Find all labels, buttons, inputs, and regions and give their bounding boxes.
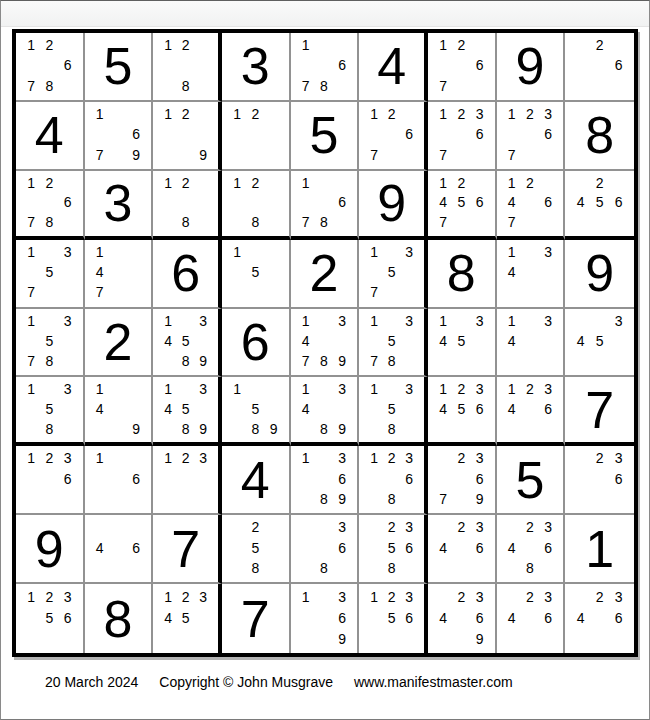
candidate-digit: 1 xyxy=(91,448,109,468)
candidate-digit: 4 xyxy=(434,538,452,558)
candidate-digit xyxy=(315,399,333,419)
cell-r3c2[interactable]: 3 xyxy=(85,171,154,240)
candidate-digit xyxy=(194,331,212,351)
candidate-digit: 9 xyxy=(333,628,351,649)
candidate-digit xyxy=(521,351,539,371)
candidate-digit xyxy=(365,124,383,144)
candidate-digit: 1 xyxy=(434,104,452,124)
candidate-digit: 3 xyxy=(400,586,418,607)
candidate-digit xyxy=(91,558,109,578)
candidate-digit: 2 xyxy=(177,35,195,55)
candidate-digit xyxy=(264,144,282,164)
candidate-digit: 4 xyxy=(503,399,521,419)
candidate-digit: 2 xyxy=(521,379,539,399)
given-digit: 3 xyxy=(85,171,152,236)
cell-r4c1[interactable]: 1357 xyxy=(16,240,85,309)
cell-r7c4[interactable]: 4 xyxy=(222,446,291,515)
cell-r8c2[interactable]: 46 xyxy=(85,515,154,584)
given-digit: 9 xyxy=(497,33,564,100)
candidate-digit: 1 xyxy=(297,311,315,331)
candidate-digit xyxy=(590,311,609,331)
candidate-digit xyxy=(333,76,351,96)
cell-r8c7[interactable]: 2346 xyxy=(428,515,497,584)
candidate-digit: 4 xyxy=(503,607,521,628)
cell-r9c4[interactable]: 7 xyxy=(222,584,291,653)
candidate-digit: 5 xyxy=(40,607,58,628)
candidate-digit: 1 xyxy=(159,35,177,55)
given-digit: 7 xyxy=(222,584,289,653)
cell-r3c6[interactable]: 9 xyxy=(359,171,428,240)
candidate-digit: 1 xyxy=(22,242,40,262)
pencil-marks: 147 xyxy=(85,240,152,307)
given-digit: 7 xyxy=(153,515,218,582)
candidate-digit: 6 xyxy=(470,192,488,212)
cell-r7c7[interactable]: 23679 xyxy=(428,446,497,515)
cell-r3c1[interactable]: 12678 xyxy=(16,171,85,240)
cell-r8c4[interactable]: 258 xyxy=(222,515,291,584)
given-digit: 8 xyxy=(85,584,152,653)
cell-r6c6[interactable]: 1358 xyxy=(359,377,428,446)
candidate-digit: 3 xyxy=(333,379,351,399)
candidate-digit: 4 xyxy=(434,192,452,212)
candidate-digit xyxy=(434,469,452,489)
pencil-marks: 23469 xyxy=(428,584,495,653)
candidate-digit: 7 xyxy=(22,212,40,232)
cell-r3c5[interactable]: 1678 xyxy=(291,171,360,240)
candidate-digit xyxy=(246,124,264,144)
candidate-digit xyxy=(127,262,145,282)
pencil-marks: 134 xyxy=(497,240,564,307)
candidate-digit: 6 xyxy=(470,469,488,489)
cell-r2c6[interactable]: 1267 xyxy=(359,102,428,171)
candidate-digit: 2 xyxy=(590,173,609,193)
cell-r9c5[interactable]: 1369 xyxy=(291,584,360,653)
candidate-digit: 4 xyxy=(159,331,177,351)
candidate-digit: 3 xyxy=(470,311,488,331)
candidate-digit xyxy=(91,517,109,537)
cell-r2c2[interactable]: 1679 xyxy=(85,102,154,171)
candidate-digit xyxy=(109,104,127,124)
candidate-digit xyxy=(297,469,315,489)
cell-r1c8[interactable]: 9 xyxy=(497,33,566,102)
candidate-digit xyxy=(452,607,470,628)
pencil-marks: 1679 xyxy=(85,102,152,169)
cell-r6c7[interactable]: 123456 xyxy=(428,377,497,446)
candidate-digit: 9 xyxy=(264,419,282,439)
candidate-digit: 4 xyxy=(571,607,590,628)
cell-r5c5[interactable]: 134789 xyxy=(291,309,360,378)
candidate-digit: 8 xyxy=(246,419,264,439)
candidate-digit xyxy=(503,586,521,607)
cell-r7c9[interactable]: 236 xyxy=(565,446,634,515)
cell-r6c5[interactable]: 13489 xyxy=(291,377,360,446)
candidate-digit xyxy=(315,173,333,193)
candidate-digit xyxy=(503,282,521,302)
candidate-digit xyxy=(264,212,282,232)
cell-r1c4[interactable]: 3 xyxy=(222,33,291,102)
cell-r1c6[interactable]: 4 xyxy=(359,33,428,102)
pencil-marks: 2346 xyxy=(497,584,564,653)
candidate-digit xyxy=(264,173,282,193)
cell-r6c3[interactable]: 134589 xyxy=(153,377,222,446)
candidate-digit: 3 xyxy=(400,379,418,399)
candidate-digit xyxy=(228,538,246,558)
candidate-digit xyxy=(571,628,590,649)
candidate-digit xyxy=(571,586,590,607)
candidate-digit xyxy=(22,399,40,419)
candidate-digit xyxy=(127,242,145,262)
candidate-digit xyxy=(365,628,383,649)
candidate-digit: 5 xyxy=(452,192,470,212)
candidate-digit xyxy=(315,628,333,649)
candidate-digit: 5 xyxy=(246,262,264,282)
candidate-digit xyxy=(264,104,282,124)
candidate-digit xyxy=(383,628,401,649)
candidate-digit xyxy=(297,489,315,509)
candidate-digit xyxy=(58,331,76,351)
candidate-digit: 2 xyxy=(383,586,401,607)
candidate-digit: 8 xyxy=(521,558,539,578)
candidate-digit xyxy=(434,419,452,439)
candidate-digit: 6 xyxy=(333,469,351,489)
candidate-digit xyxy=(590,607,609,628)
pencil-marks: 1267 xyxy=(359,102,424,169)
cell-r2c1[interactable]: 4 xyxy=(16,102,85,171)
candidate-digit: 4 xyxy=(571,192,590,212)
candidate-digit xyxy=(452,212,470,232)
cell-r6c1[interactable]: 1358 xyxy=(16,377,85,446)
candidate-digit: 7 xyxy=(503,144,521,164)
cell-r3c3[interactable]: 128 xyxy=(153,171,222,240)
candidate-digit xyxy=(228,192,246,212)
cell-r2c9[interactable]: 8 xyxy=(565,102,634,171)
cell-r7c8[interactable]: 5 xyxy=(497,446,566,515)
candidate-digit xyxy=(194,607,212,628)
candidate-digit: 5 xyxy=(40,331,58,351)
candidate-digit xyxy=(127,558,145,578)
candidate-digit xyxy=(315,448,333,468)
candidate-digit xyxy=(365,469,383,489)
cell-r7c1[interactable]: 1236 xyxy=(16,446,85,515)
candidate-digit xyxy=(521,262,539,282)
cell-r9c6[interactable]: 12356 xyxy=(359,584,428,653)
candidate-digit xyxy=(434,448,452,468)
candidate-digit xyxy=(177,144,195,164)
cell-r5c3[interactable]: 134589 xyxy=(153,309,222,378)
candidate-digit xyxy=(452,55,470,75)
cell-r8c1[interactable]: 9 xyxy=(16,515,85,584)
candidate-digit: 6 xyxy=(539,124,557,144)
cell-r5c1[interactable]: 13578 xyxy=(16,309,85,378)
cell-r3c7[interactable]: 124567 xyxy=(428,171,497,240)
candidate-digit: 5 xyxy=(590,192,609,212)
candidate-digit xyxy=(109,448,127,468)
cell-r5c9[interactable]: 345 xyxy=(565,309,634,378)
candidate-digit xyxy=(109,399,127,419)
cell-r5c7[interactable]: 1345 xyxy=(428,309,497,378)
given-digit: 3 xyxy=(222,33,289,100)
cell-r6c2[interactable]: 149 xyxy=(85,377,154,446)
cell-r1c9[interactable]: 26 xyxy=(565,33,634,102)
cell-r8c9[interactable]: 1 xyxy=(565,515,634,584)
candidate-digit: 3 xyxy=(470,517,488,537)
cell-r4c7[interactable]: 8 xyxy=(428,240,497,309)
candidate-digit xyxy=(177,379,195,399)
candidate-digit: 1 xyxy=(228,104,246,124)
cell-r7c2[interactable]: 16 xyxy=(85,446,154,515)
candidate-digit xyxy=(470,351,488,371)
cell-r2c5[interactable]: 5 xyxy=(291,102,360,171)
pencil-marks: 236 xyxy=(565,446,634,513)
candidate-digit xyxy=(315,607,333,628)
candidate-digit: 3 xyxy=(609,586,628,607)
cell-r6c9[interactable]: 7 xyxy=(565,377,634,446)
cell-r8c5[interactable]: 368 xyxy=(291,515,360,584)
candidate-digit xyxy=(609,35,628,55)
cell-r1c7[interactable]: 1267 xyxy=(428,33,497,102)
candidate-digit xyxy=(590,489,609,509)
cell-r8c8[interactable]: 23468 xyxy=(497,515,566,584)
candidate-digit: 6 xyxy=(400,124,418,144)
cell-r3c9[interactable]: 2456 xyxy=(565,171,634,240)
candidate-digit xyxy=(609,76,628,96)
candidate-digit xyxy=(400,351,418,371)
cell-r1c1[interactable]: 12678 xyxy=(16,33,85,102)
candidate-digit xyxy=(590,469,609,489)
candidate-digit xyxy=(400,144,418,164)
candidate-digit xyxy=(228,124,246,144)
cell-r4c2[interactable]: 147 xyxy=(85,240,154,309)
sudoku-page: 1267851283167841267926416791291251267123… xyxy=(0,0,650,720)
candidate-digit: 8 xyxy=(177,212,195,232)
candidate-digit xyxy=(333,331,351,351)
cell-r6c4[interactable]: 1589 xyxy=(222,377,291,446)
candidate-digit xyxy=(194,489,212,509)
candidate-digit: 2 xyxy=(452,173,470,193)
candidate-digit: 2 xyxy=(383,104,401,124)
candidate-digit xyxy=(400,489,418,509)
candidate-digit xyxy=(127,104,145,124)
candidate-digit: 3 xyxy=(539,379,557,399)
candidate-digit: 6 xyxy=(470,538,488,558)
candidate-digit xyxy=(109,282,127,302)
cell-r4c3[interactable]: 6 xyxy=(153,240,222,309)
pencil-marks: 134589 xyxy=(153,309,218,376)
candidate-digit xyxy=(91,489,109,509)
candidate-digit xyxy=(159,55,177,75)
cell-r3c4[interactable]: 128 xyxy=(222,171,291,240)
cell-r7c3[interactable]: 123 xyxy=(153,446,222,515)
candidate-digit: 8 xyxy=(177,419,195,439)
candidate-digit xyxy=(109,558,127,578)
pencil-marks: 124567 xyxy=(428,171,495,236)
candidate-digit xyxy=(58,399,76,419)
candidate-digit: 1 xyxy=(22,586,40,607)
pencil-marks: 13689 xyxy=(291,446,358,513)
cell-r9c7[interactable]: 23469 xyxy=(428,584,497,653)
cell-r5c4[interactable]: 6 xyxy=(222,309,291,378)
candidate-digit: 2 xyxy=(521,104,539,124)
candidate-digit xyxy=(452,469,470,489)
candidate-digit xyxy=(177,192,195,212)
candidate-digit xyxy=(22,469,40,489)
candidate-digit: 7 xyxy=(365,144,383,164)
candidate-digit xyxy=(297,628,315,649)
pencil-marks: 12356 xyxy=(359,584,424,653)
candidate-digit: 4 xyxy=(159,399,177,419)
candidate-digit xyxy=(194,399,212,419)
cell-r6c8[interactable]: 12346 xyxy=(497,377,566,446)
candidate-digit xyxy=(58,262,76,282)
candidate-digit: 1 xyxy=(91,242,109,262)
candidate-digit: 7 xyxy=(22,282,40,302)
candidate-digit xyxy=(590,351,609,371)
candidate-digit: 8 xyxy=(40,76,58,96)
candidate-digit: 6 xyxy=(58,192,76,212)
cell-r9c2[interactable]: 8 xyxy=(85,584,154,653)
candidate-digit: 5 xyxy=(383,538,401,558)
candidate-digit xyxy=(590,212,609,232)
candidate-digit xyxy=(315,35,333,55)
candidate-digit: 4 xyxy=(434,399,452,419)
candidate-digit: 1 xyxy=(365,104,383,124)
candidate-digit xyxy=(40,192,58,212)
candidate-digit xyxy=(400,558,418,578)
candidate-digit xyxy=(40,55,58,75)
pencil-marks: 1678 xyxy=(291,33,358,100)
given-digit: 9 xyxy=(16,515,83,582)
cell-r9c8[interactable]: 2346 xyxy=(497,584,566,653)
candidate-digit: 7 xyxy=(22,351,40,371)
pencil-marks: 1358 xyxy=(16,377,83,442)
candidate-digit: 2 xyxy=(452,517,470,537)
candidate-digit: 5 xyxy=(383,607,401,628)
given-digit: 7 xyxy=(565,377,634,442)
pencil-marks: 23468 xyxy=(497,515,564,582)
candidate-digit xyxy=(264,242,282,262)
candidate-digit xyxy=(264,124,282,144)
candidate-digit: 4 xyxy=(434,607,452,628)
cell-r9c1[interactable]: 12356 xyxy=(16,584,85,653)
candidate-digit xyxy=(22,607,40,628)
candidate-digit: 2 xyxy=(246,173,264,193)
candidate-digit: 7 xyxy=(434,76,452,96)
cell-r4c9[interactable]: 9 xyxy=(565,240,634,309)
candidate-digit xyxy=(400,331,418,351)
candidate-digit: 2 xyxy=(383,517,401,537)
candidate-digit: 1 xyxy=(159,104,177,124)
candidate-digit: 5 xyxy=(246,538,264,558)
cell-r4c6[interactable]: 1357 xyxy=(359,240,428,309)
candidate-digit: 2 xyxy=(383,448,401,468)
candidate-digit: 3 xyxy=(539,242,557,262)
candidate-digit: 3 xyxy=(470,379,488,399)
candidate-digit: 8 xyxy=(315,212,333,232)
cell-r2c8[interactable]: 12367 xyxy=(497,102,566,171)
candidate-digit: 4 xyxy=(91,399,109,419)
candidate-digit xyxy=(521,419,539,439)
candidate-digit: 3 xyxy=(58,586,76,607)
cell-r4c8[interactable]: 134 xyxy=(497,240,566,309)
candidate-digit: 3 xyxy=(400,242,418,262)
cell-r7c6[interactable]: 12368 xyxy=(359,446,428,515)
candidate-digit xyxy=(246,192,264,212)
pencil-marks: 12467 xyxy=(497,171,564,236)
candidate-digit: 7 xyxy=(91,144,109,164)
cell-r9c3[interactable]: 12345 xyxy=(153,584,222,653)
given-digit: 9 xyxy=(565,240,634,307)
candidate-digit xyxy=(264,262,282,282)
website-link[interactable]: www.manifestmaster.com xyxy=(354,674,513,690)
candidate-digit: 6 xyxy=(400,607,418,628)
candidate-digit: 1 xyxy=(297,586,315,607)
pencil-marks: 1358 xyxy=(359,377,424,442)
candidate-digit: 4 xyxy=(434,331,452,351)
given-digit: 2 xyxy=(291,240,358,307)
candidate-digit: 6 xyxy=(58,607,76,628)
pencil-marks: 123456 xyxy=(428,377,495,442)
candidate-digit: 6 xyxy=(333,607,351,628)
candidate-digit xyxy=(109,124,127,144)
cell-r8c3[interactable]: 7 xyxy=(153,515,222,584)
cell-r1c3[interactable]: 128 xyxy=(153,33,222,102)
candidate-digit xyxy=(434,628,452,649)
cell-r9c9[interactable]: 2346 xyxy=(565,584,634,653)
candidate-digit: 4 xyxy=(571,331,590,351)
candidate-digit xyxy=(22,331,40,351)
candidate-digit: 2 xyxy=(452,448,470,468)
cell-r8c6[interactable]: 23568 xyxy=(359,515,428,584)
candidate-digit xyxy=(177,628,195,649)
candidate-digit xyxy=(470,331,488,351)
cell-r2c3[interactable]: 129 xyxy=(153,102,222,171)
cell-r3c8[interactable]: 12467 xyxy=(497,171,566,240)
candidate-digit: 6 xyxy=(127,469,145,489)
candidate-digit xyxy=(434,517,452,537)
candidate-digit xyxy=(470,76,488,96)
candidate-digit xyxy=(228,419,246,439)
candidate-digit xyxy=(571,173,590,193)
candidate-digit xyxy=(521,282,539,302)
cell-r5c6[interactable]: 13578 xyxy=(359,309,428,378)
candidate-digit xyxy=(246,242,264,262)
candidate-digit: 2 xyxy=(590,448,609,468)
candidate-digit xyxy=(159,192,177,212)
pencil-marks: 368 xyxy=(291,515,358,582)
candidate-digit xyxy=(228,282,246,302)
candidate-digit xyxy=(40,469,58,489)
pencil-marks: 128 xyxy=(153,171,218,236)
cell-r2c7[interactable]: 12367 xyxy=(428,102,497,171)
candidate-digit: 2 xyxy=(452,586,470,607)
cell-r1c2[interactable]: 5 xyxy=(85,33,154,102)
cell-r1c5[interactable]: 1678 xyxy=(291,33,360,102)
cell-r7c5[interactable]: 13689 xyxy=(291,446,360,515)
candidate-digit xyxy=(228,399,246,419)
cell-r5c2[interactable]: 2 xyxy=(85,309,154,378)
candidate-digit: 7 xyxy=(91,282,109,302)
cell-r4c5[interactable]: 2 xyxy=(291,240,360,309)
candidate-digit xyxy=(228,558,246,578)
cell-r5c8[interactable]: 134 xyxy=(497,309,566,378)
candidate-digit: 7 xyxy=(297,212,315,232)
cell-r2c4[interactable]: 12 xyxy=(222,102,291,171)
cell-r4c4[interactable]: 15 xyxy=(222,240,291,309)
candidate-digit: 6 xyxy=(539,192,557,212)
candidate-digit xyxy=(365,489,383,509)
candidate-digit: 6 xyxy=(609,55,628,75)
candidate-digit xyxy=(22,262,40,282)
